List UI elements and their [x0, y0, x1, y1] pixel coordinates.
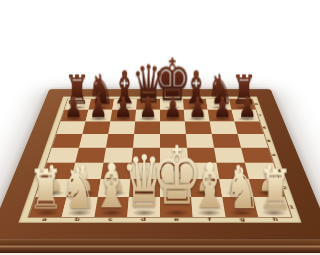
black-pawn-b7: ♟: [89, 93, 107, 122]
square-a5: [52, 134, 82, 148]
white-knight-g1: ♞: [224, 160, 255, 217]
square-a7: ♟: [61, 110, 89, 122]
square-a6: [57, 121, 86, 134]
square-f1: ♝: [191, 197, 225, 217]
square-g7: ♟: [208, 110, 235, 122]
square-h6: [234, 121, 255, 134]
square-h7: ♟: [232, 110, 255, 122]
square-e1: ♚: [160, 197, 193, 217]
black-pawn-c7: ♟: [114, 93, 132, 122]
square-b6: [82, 121, 110, 134]
black-pawn-g7: ♟: [213, 93, 231, 122]
square-b5: [79, 134, 108, 148]
chess-board: ♜♞♝♛♚♝♞♜♟♟♟♟♟♟♟♟♟♟♟♟♟♟♟♟♜♞♝♛♚♝♞♜ abcdefg…: [0, 89, 255, 239]
black-pawn-h7: ♟: [238, 93, 255, 122]
file-label-a: a: [27, 217, 61, 222]
file-label-d: d: [127, 217, 160, 222]
board-front-edge: [0, 240, 255, 253]
black-pawn-a7: ♟: [64, 93, 82, 122]
board-squares: ♜♞♝♛♚♝♞♜♟♟♟♟♟♟♟♟♟♟♟♟♟♟♟♟♜♞♝♛♚♝♞♜: [29, 99, 255, 217]
square-h5: [238, 134, 255, 148]
black-pawn-f7: ♟: [188, 93, 206, 122]
file-label-e: e: [160, 217, 193, 222]
file-label-b: b: [60, 217, 94, 222]
square-e7: ♟: [160, 110, 185, 122]
chess-set-photo: ♜♞♝♛♚♝♞♜♟♟♟♟♟♟♟♟♟♟♟♟♟♟♟♟♜♞♝♛♚♝♞♜ abcdefg…: [0, 0, 255, 255]
square-g6: [210, 121, 238, 134]
black-pawn-d7: ♟: [138, 93, 156, 122]
file-label-c: c: [94, 217, 128, 222]
file-label-g: g: [226, 217, 255, 222]
square-g5: [212, 134, 241, 148]
file-labels: abcdefgh: [27, 217, 255, 222]
square-c6: [108, 121, 135, 134]
square-b7: ♟: [86, 110, 113, 122]
square-g1: ♞: [222, 197, 255, 217]
white-rook-a1: ♜: [28, 162, 63, 217]
black-pawn-e7: ♟: [163, 93, 181, 122]
file-label-f: f: [193, 217, 227, 222]
square-d7: ♟: [135, 110, 160, 122]
square-c7: ♟: [110, 110, 136, 122]
square-f7: ♟: [184, 110, 210, 122]
